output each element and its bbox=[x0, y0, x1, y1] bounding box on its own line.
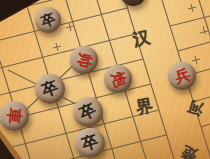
xiangqi-photo: 汉界河楚 卒帅炮兵卒車卒卒 bbox=[0, 0, 210, 159]
piece-卒-black-H[interactable]: 卒 bbox=[75, 128, 105, 158]
piece-帅-red-B[interactable]: 帅 bbox=[70, 46, 98, 74]
piece-character: 炮 bbox=[108, 69, 127, 88]
piece-卒-black-G[interactable]: 卒 bbox=[73, 97, 103, 127]
piece-character: 卒 bbox=[77, 101, 98, 122]
piece-卒-black-E[interactable]: 卒 bbox=[35, 74, 65, 104]
piece-character: 車 bbox=[5, 107, 22, 124]
piece-character: 兵 bbox=[173, 67, 191, 85]
piece-character: 卒 bbox=[40, 79, 61, 100]
piece-兵-red-D[interactable]: 兵 bbox=[168, 62, 196, 90]
piece-character: 帅 bbox=[75, 51, 92, 68]
piece-車-red-F[interactable]: 車 bbox=[0, 101, 29, 131]
piece-character: 卒 bbox=[39, 11, 57, 29]
piece-炮-red-C[interactable]: 炮 bbox=[104, 65, 132, 93]
piece-卒-black-A[interactable]: 卒 bbox=[35, 7, 61, 33]
piece-character: 卒 bbox=[80, 133, 100, 153]
